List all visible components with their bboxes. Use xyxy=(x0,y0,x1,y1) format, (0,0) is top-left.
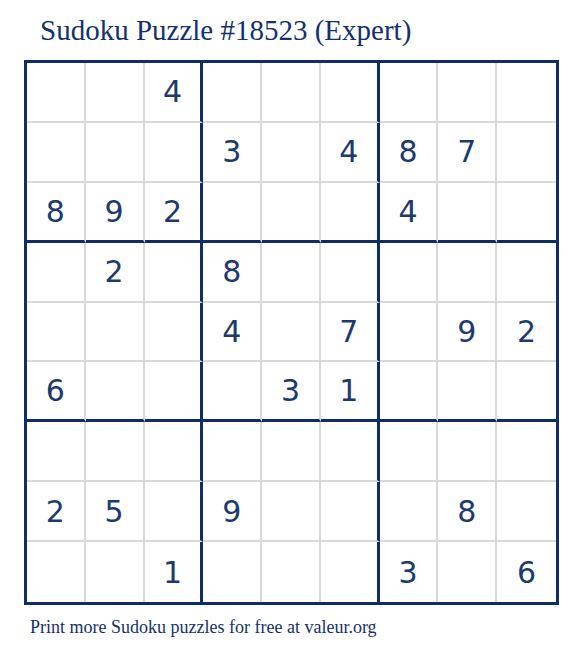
cell-r5c7-empty xyxy=(380,303,439,363)
cell-r9c3-given: 1 xyxy=(145,542,204,602)
cell-r9c7-given: 3 xyxy=(380,542,439,602)
cell-r4c8-empty xyxy=(438,243,497,303)
cell-r5c8-given: 9 xyxy=(438,303,497,363)
footer-text: Print more Sudoku puzzles for free at va… xyxy=(30,615,377,639)
cell-r6c7-empty xyxy=(380,362,439,422)
cell-r2c5-empty xyxy=(262,123,321,183)
cell-r2c1-empty xyxy=(27,123,86,183)
cell-r6c2-empty xyxy=(86,362,145,422)
cell-r7c5-empty xyxy=(262,422,321,482)
cell-r5c3-empty xyxy=(145,303,204,363)
cell-r3c7-given: 4 xyxy=(380,183,439,243)
cell-r2c7-given: 8 xyxy=(380,123,439,183)
cell-r3c2-given: 9 xyxy=(86,183,145,243)
cell-r4c1-empty xyxy=(27,243,86,303)
cell-r1c6-empty xyxy=(321,63,380,123)
cell-r1c2-empty xyxy=(86,63,145,123)
cell-r3c6-empty xyxy=(321,183,380,243)
cell-r5c5-empty xyxy=(262,303,321,363)
cell-r6c4-empty xyxy=(203,362,262,422)
cell-r5c4-given: 4 xyxy=(203,303,262,363)
cell-r3c4-empty xyxy=(203,183,262,243)
cell-r4c9-empty xyxy=(497,243,556,303)
cell-r6c8-empty xyxy=(438,362,497,422)
page-title: Sudoku Puzzle #18523 (Expert) xyxy=(40,12,411,48)
sudoku-print-page: Sudoku Puzzle #18523 (Expert) 4348789242… xyxy=(0,0,580,651)
cell-r7c3-empty xyxy=(145,422,204,482)
cell-r7c6-empty xyxy=(321,422,380,482)
cell-r6c6-given: 1 xyxy=(321,362,380,422)
cell-r6c3-empty xyxy=(145,362,204,422)
cell-r9c2-empty xyxy=(86,542,145,602)
cell-r3c9-empty xyxy=(497,183,556,243)
cell-r8c4-given: 9 xyxy=(203,482,262,542)
cell-r4c5-empty xyxy=(262,243,321,303)
cell-r5c2-empty xyxy=(86,303,145,363)
cell-r7c8-empty xyxy=(438,422,497,482)
cell-r9c9-given: 6 xyxy=(497,542,556,602)
cell-r6c1-given: 6 xyxy=(27,362,86,422)
cell-r2c3-empty xyxy=(145,123,204,183)
cell-r8c2-given: 5 xyxy=(86,482,145,542)
cell-r9c6-empty xyxy=(321,542,380,602)
cell-r5c9-given: 2 xyxy=(497,303,556,363)
cell-r3c3-given: 2 xyxy=(145,183,204,243)
cell-r6c9-empty xyxy=(497,362,556,422)
cell-r4c3-empty xyxy=(145,243,204,303)
cell-r1c9-empty xyxy=(497,63,556,123)
cell-r1c8-empty xyxy=(438,63,497,123)
cell-r8c6-empty xyxy=(321,482,380,542)
cell-r7c1-empty xyxy=(27,422,86,482)
cell-r3c1-given: 8 xyxy=(27,183,86,243)
cell-r7c7-empty xyxy=(380,422,439,482)
cell-r7c4-empty xyxy=(203,422,262,482)
cell-r8c9-empty xyxy=(497,482,556,542)
cell-r5c6-given: 7 xyxy=(321,303,380,363)
cell-r1c7-empty xyxy=(380,63,439,123)
cell-r1c4-empty xyxy=(203,63,262,123)
cell-r7c2-empty xyxy=(86,422,145,482)
cell-r9c8-empty xyxy=(438,542,497,602)
cell-r4c7-empty xyxy=(380,243,439,303)
cell-r8c7-empty xyxy=(380,482,439,542)
cell-r4c2-given: 2 xyxy=(86,243,145,303)
cell-r8c8-given: 8 xyxy=(438,482,497,542)
cell-r9c4-empty xyxy=(203,542,262,602)
cell-r9c5-empty xyxy=(262,542,321,602)
cell-r1c1-empty xyxy=(27,63,86,123)
cell-r8c5-empty xyxy=(262,482,321,542)
cell-r2c4-given: 3 xyxy=(203,123,262,183)
cell-r8c3-empty xyxy=(145,482,204,542)
cell-r3c8-empty xyxy=(438,183,497,243)
cell-r1c5-empty xyxy=(262,63,321,123)
cell-r9c1-empty xyxy=(27,542,86,602)
cell-r3c5-empty xyxy=(262,183,321,243)
cell-r4c4-given: 8 xyxy=(203,243,262,303)
cell-r2c9-empty xyxy=(497,123,556,183)
cell-r7c9-empty xyxy=(497,422,556,482)
cell-r1c3-given: 4 xyxy=(145,63,204,123)
cell-r5c1-empty xyxy=(27,303,86,363)
cell-r2c8-given: 7 xyxy=(438,123,497,183)
cell-r2c2-empty xyxy=(86,123,145,183)
cell-r6c5-given: 3 xyxy=(262,362,321,422)
cell-r8c1-given: 2 xyxy=(27,482,86,542)
cell-r4c6-empty xyxy=(321,243,380,303)
sudoku-board: 4348789242847926312598136 xyxy=(24,60,559,605)
cell-r2c6-given: 4 xyxy=(321,123,380,183)
